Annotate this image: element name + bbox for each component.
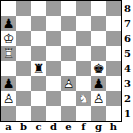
square-f1[interactable] xyxy=(76,106,91,121)
square-f7[interactable] xyxy=(76,16,91,31)
square-g7[interactable] xyxy=(91,16,106,31)
square-g4[interactable]: ♚ xyxy=(91,61,106,76)
chess-diagram: ♟♚♔♜♖♜♚♟♟♙♟♟♙♞♘♟♙ 87654321 abcdefgh xyxy=(0,0,133,133)
square-e3[interactable]: ♟♙ xyxy=(61,76,76,91)
square-a8[interactable] xyxy=(1,1,16,16)
piece-glyph: ♖ xyxy=(1,46,16,61)
rank-label-2: 2 xyxy=(122,91,133,106)
square-b8[interactable] xyxy=(16,1,31,16)
file-label-d: d xyxy=(46,121,61,133)
square-g5[interactable] xyxy=(91,46,106,61)
rank-label-1: 1 xyxy=(122,106,133,121)
piece-bp-a3: ♟ xyxy=(1,76,16,91)
square-d3[interactable] xyxy=(46,76,61,91)
file-label-b: b xyxy=(16,121,31,133)
square-a5[interactable]: ♜♖ xyxy=(1,46,16,61)
square-e1[interactable] xyxy=(61,106,76,121)
rank-label-5: 5 xyxy=(122,46,133,61)
square-a2[interactable]: ♟♙ xyxy=(1,91,16,106)
piece-br-c4: ♜ xyxy=(31,61,46,76)
square-c3[interactable] xyxy=(31,76,46,91)
rank-label-8: 8 xyxy=(122,1,133,16)
square-b1[interactable] xyxy=(16,106,31,121)
square-g1[interactable] xyxy=(91,106,106,121)
square-f2[interactable]: ♞♘ xyxy=(76,91,91,106)
square-h7[interactable] xyxy=(106,16,121,31)
piece-glyph: ♚ xyxy=(91,61,106,76)
piece-glyph: ♘ xyxy=(76,91,91,106)
square-d5[interactable] xyxy=(46,46,61,61)
square-g6[interactable] xyxy=(91,31,106,46)
file-label-f: f xyxy=(76,121,91,133)
square-c4[interactable]: ♜ xyxy=(31,61,46,76)
square-c7[interactable] xyxy=(31,16,46,31)
file-label-a: a xyxy=(1,121,16,133)
rank-label-7: 7 xyxy=(122,16,133,31)
file-label-h: h xyxy=(106,121,121,133)
piece-wN-f2: ♞♘ xyxy=(76,91,91,106)
piece-glyph: ♟ xyxy=(1,76,16,91)
square-b5[interactable] xyxy=(16,46,31,61)
square-a1[interactable] xyxy=(1,106,16,121)
square-f4[interactable] xyxy=(76,61,91,76)
file-label-g: g xyxy=(91,121,106,133)
square-e4[interactable] xyxy=(61,61,76,76)
square-e7[interactable] xyxy=(61,16,76,31)
piece-glyph: ♟ xyxy=(91,76,106,91)
piece-glyph: ♟ xyxy=(1,16,16,31)
square-e2[interactable] xyxy=(61,91,76,106)
square-a7[interactable]: ♟ xyxy=(1,16,16,31)
square-e5[interactable] xyxy=(61,46,76,61)
piece-glyph: ♙ xyxy=(61,76,76,91)
square-b6[interactable] xyxy=(16,31,31,46)
square-f8[interactable] xyxy=(76,1,91,16)
file-label-e: e xyxy=(61,121,76,133)
square-c6[interactable] xyxy=(31,31,46,46)
square-c8[interactable] xyxy=(31,1,46,16)
rank-labels: 87654321 xyxy=(122,1,133,121)
piece-glyph: ♔ xyxy=(1,31,16,46)
rank-label-4: 4 xyxy=(122,61,133,76)
square-f6[interactable] xyxy=(76,31,91,46)
square-c5[interactable] xyxy=(31,46,46,61)
square-b2[interactable] xyxy=(16,91,31,106)
piece-bk-g4: ♚ xyxy=(91,61,106,76)
square-h8[interactable] xyxy=(106,1,121,16)
square-f5[interactable] xyxy=(76,46,91,61)
square-d8[interactable] xyxy=(46,1,61,16)
square-e6[interactable] xyxy=(61,31,76,46)
piece-wP-g2: ♟♙ xyxy=(91,91,106,106)
square-a4[interactable] xyxy=(1,61,16,76)
piece-glyph: ♜ xyxy=(31,61,46,76)
square-d6[interactable] xyxy=(46,31,61,46)
square-b3[interactable] xyxy=(16,76,31,91)
square-d2[interactable] xyxy=(46,91,61,106)
square-d1[interactable] xyxy=(46,106,61,121)
square-g2[interactable]: ♟♙ xyxy=(91,91,106,106)
square-a6[interactable]: ♚♔ xyxy=(1,31,16,46)
piece-bp-g3: ♟ xyxy=(91,76,106,91)
square-b4[interactable] xyxy=(16,61,31,76)
square-c2[interactable] xyxy=(31,91,46,106)
chess-board: ♟♚♔♜♖♜♚♟♟♙♟♟♙♞♘♟♙ xyxy=(0,0,122,122)
square-h4[interactable] xyxy=(106,61,121,76)
square-d7[interactable] xyxy=(46,16,61,31)
rank-label-6: 6 xyxy=(122,31,133,46)
square-h6[interactable] xyxy=(106,31,121,46)
rank-label-3: 3 xyxy=(122,76,133,91)
square-g8[interactable] xyxy=(91,1,106,16)
square-h5[interactable] xyxy=(106,46,121,61)
piece-wP-e3: ♟♙ xyxy=(61,76,76,91)
piece-wP-a2: ♟♙ xyxy=(1,91,16,106)
square-h3[interactable] xyxy=(106,76,121,91)
square-g3[interactable]: ♟ xyxy=(91,76,106,91)
square-a3[interactable]: ♟ xyxy=(1,76,16,91)
square-f3[interactable] xyxy=(76,76,91,91)
file-labels: abcdefgh xyxy=(1,121,121,133)
piece-glyph: ♙ xyxy=(91,91,106,106)
square-c1[interactable] xyxy=(31,106,46,121)
square-h1[interactable] xyxy=(106,106,121,121)
piece-wR-a5: ♜♖ xyxy=(1,46,16,61)
square-e8[interactable] xyxy=(61,1,76,16)
square-h2[interactable] xyxy=(106,91,121,106)
square-d4[interactable] xyxy=(46,61,61,76)
square-b7[interactable] xyxy=(16,16,31,31)
file-label-c: c xyxy=(31,121,46,133)
piece-glyph: ♙ xyxy=(1,91,16,106)
piece-wK-a6: ♚♔ xyxy=(1,31,16,46)
piece-bp-a7: ♟ xyxy=(1,16,16,31)
